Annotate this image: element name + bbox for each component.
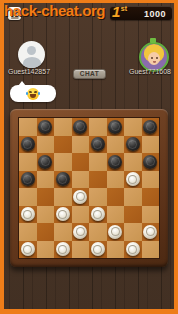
board-square[interactable] [37, 153, 55, 171]
avatar-mouth [153, 61, 156, 63]
board-square[interactable] [54, 171, 72, 189]
board-square[interactable] [142, 206, 160, 224]
checker-piece-black[interactable] [108, 155, 122, 169]
board-square[interactable] [89, 153, 107, 171]
board-square[interactable] [124, 188, 142, 206]
board-square[interactable] [37, 136, 55, 154]
board-square[interactable] [107, 241, 125, 259]
board-square[interactable] [19, 206, 37, 224]
emoji-mouth [30, 94, 36, 98]
board-square[interactable] [54, 118, 72, 136]
board-square[interactable] [72, 241, 90, 259]
board-square[interactable] [19, 188, 37, 206]
board-square[interactable] [72, 188, 90, 206]
checker-piece-black[interactable] [91, 137, 105, 151]
checker-piece-white[interactable] [56, 242, 70, 256]
chat-button[interactable]: CHAT [73, 69, 106, 79]
board-square[interactable] [124, 206, 142, 224]
turn-indicator [150, 38, 156, 43]
board-square[interactable] [124, 118, 142, 136]
board-square[interactable] [54, 136, 72, 154]
board-square[interactable] [37, 188, 55, 206]
board-square[interactable] [37, 241, 55, 259]
board-square[interactable] [54, 153, 72, 171]
checkers-board [10, 109, 168, 267]
checker-piece-white[interactable] [91, 207, 105, 221]
board-square[interactable] [89, 188, 107, 206]
board-square[interactable] [124, 223, 142, 241]
game-screen: hack-cheat.org 1000 1st Guest142857 Gues… [0, 0, 178, 314]
board-square[interactable] [19, 153, 37, 171]
board-square[interactable] [142, 241, 160, 259]
checker-piece-black[interactable] [108, 120, 122, 134]
board-square[interactable] [72, 118, 90, 136]
emoji-tear [26, 92, 28, 95]
checker-piece-white[interactable] [21, 207, 35, 221]
player-right-name: Guest771608 [129, 68, 171, 75]
board-square[interactable] [72, 206, 90, 224]
board-square[interactable] [107, 136, 125, 154]
tears-of-joy-emoji [27, 88, 39, 100]
board-square[interactable] [142, 171, 160, 189]
avatar-face [148, 52, 160, 65]
rank-badge: 1st [112, 3, 127, 20]
checker-piece-white[interactable] [126, 242, 140, 256]
board-square[interactable] [107, 223, 125, 241]
checker-piece-black[interactable] [21, 137, 35, 151]
board-square[interactable] [19, 136, 37, 154]
board-square[interactable] [54, 241, 72, 259]
board-square[interactable] [89, 171, 107, 189]
board-square[interactable] [19, 223, 37, 241]
avatar-eye [151, 57, 153, 59]
board-square[interactable] [19, 171, 37, 189]
checker-piece-white[interactable] [108, 225, 122, 239]
board-square[interactable] [142, 136, 160, 154]
watermark-text: hack-cheat.org [4, 2, 105, 19]
board-square[interactable] [37, 206, 55, 224]
board-square[interactable] [54, 223, 72, 241]
board-square[interactable] [89, 118, 107, 136]
board-grid [18, 117, 160, 259]
checker-piece-white[interactable] [91, 242, 105, 256]
checker-piece-black[interactable] [56, 172, 70, 186]
checker-piece-black[interactable] [143, 155, 157, 169]
board-square[interactable] [89, 223, 107, 241]
board-square[interactable] [54, 206, 72, 224]
board-square[interactable] [89, 206, 107, 224]
emoji-eye [29, 91, 32, 93]
board-square[interactable] [72, 136, 90, 154]
rank-number: 1 [112, 3, 120, 20]
board-square[interactable] [72, 223, 90, 241]
board-square[interactable] [37, 223, 55, 241]
checker-piece-white[interactable] [143, 225, 157, 239]
checker-piece-black[interactable] [21, 172, 35, 186]
board-square[interactable] [89, 136, 107, 154]
checker-piece-black[interactable] [143, 120, 157, 134]
checker-piece-black[interactable] [38, 120, 52, 134]
board-square[interactable] [142, 118, 160, 136]
person-silhouette-head [27, 46, 36, 55]
avatar-eye [156, 57, 158, 59]
checker-piece-black[interactable] [38, 155, 52, 169]
board-square[interactable] [107, 188, 125, 206]
board-square[interactable] [37, 171, 55, 189]
checker-piece-white[interactable] [73, 225, 87, 239]
board-square[interactable] [54, 188, 72, 206]
board-square[interactable] [124, 153, 142, 171]
checker-piece-white[interactable] [56, 207, 70, 221]
board-square[interactable] [124, 241, 142, 259]
score-value: 1000 [144, 9, 166, 19]
board-square[interactable] [19, 241, 37, 259]
board-square[interactable] [72, 153, 90, 171]
chat-bubble-tail [18, 81, 26, 86]
board-square[interactable] [142, 153, 160, 171]
person-silhouette-body [23, 57, 41, 68]
checker-piece-white[interactable] [73, 190, 87, 204]
board-square[interactable] [89, 241, 107, 259]
board-square[interactable] [124, 171, 142, 189]
board-square[interactable] [107, 206, 125, 224]
rank-suffix: st [121, 5, 127, 12]
board-square[interactable] [124, 136, 142, 154]
player-left-name: Guest142857 [8, 68, 50, 75]
emoji-tear [38, 92, 40, 95]
board-square[interactable] [107, 118, 125, 136]
checker-piece-white[interactable] [126, 172, 140, 186]
checker-piece-black[interactable] [73, 120, 87, 134]
board-square[interactable] [107, 171, 125, 189]
board-square[interactable] [19, 118, 37, 136]
board-square[interactable] [107, 153, 125, 171]
chat-bubble [10, 85, 56, 102]
emoji-eye [34, 91, 37, 93]
player-left-avatar[interactable] [18, 41, 45, 68]
board-square[interactable] [72, 171, 90, 189]
checker-piece-black[interactable] [126, 137, 140, 151]
board-square[interactable] [37, 118, 55, 136]
board-square[interactable] [142, 188, 160, 206]
checker-piece-white[interactable] [21, 242, 35, 256]
board-square[interactable] [142, 223, 160, 241]
